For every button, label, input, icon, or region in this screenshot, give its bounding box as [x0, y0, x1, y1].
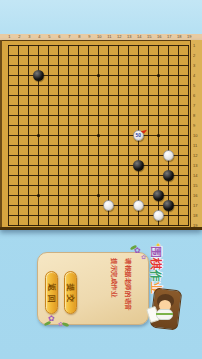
- grid-hline: [8, 165, 189, 166]
- message-line1: 请根据老师的语音: [125, 258, 132, 311]
- row-coordinate: 1: [193, 43, 202, 48]
- grid-vline: [168, 45, 169, 226]
- grid-vline: [148, 45, 149, 226]
- back-button-label: 返: [47, 283, 56, 292]
- message-char: 请: [125, 258, 132, 265]
- app-screen: 1122334455667788991010111112121313141415…: [0, 0, 202, 359]
- stone-black: [133, 160, 144, 171]
- row-coordinate: 6: [193, 93, 202, 98]
- column-coordinate: 11: [106, 34, 112, 39]
- row-coordinate: 3: [193, 63, 202, 68]
- grid-hline: [8, 185, 189, 186]
- column-coordinate: 4: [36, 34, 42, 39]
- row-coordinate: 14: [193, 173, 202, 178]
- column-coordinate: 19: [186, 34, 192, 39]
- column-coordinate: 7: [66, 34, 72, 39]
- row-coordinate: 12: [193, 153, 202, 158]
- column-coordinate: 17: [166, 34, 172, 39]
- grid-vline: [188, 45, 189, 226]
- column-coordinate: 15: [146, 34, 152, 39]
- stone-white: [163, 150, 174, 161]
- message-char: 提: [111, 258, 118, 265]
- mascot-shirt-stripe: [156, 313, 173, 315]
- board-frame-left: [0, 40, 2, 230]
- row-coordinate: 19: [193, 223, 202, 228]
- mascot-character: [148, 287, 188, 333]
- grid-vline: [108, 45, 109, 226]
- row-coordinate: 9: [193, 123, 202, 128]
- message-char: 的: [125, 291, 132, 298]
- row-coordinate: 18: [193, 213, 202, 218]
- row-coordinate: 17: [193, 203, 202, 208]
- board-frame-top: [0, 40, 202, 41]
- column-coordinate: 12: [116, 34, 122, 39]
- column-coordinate: 13: [126, 34, 132, 39]
- grid-vline: [178, 45, 179, 226]
- column-coordinate: 2: [16, 34, 22, 39]
- grid-vline: [118, 45, 119, 226]
- column-coordinate: 6: [56, 34, 62, 39]
- grid-vline: [128, 45, 129, 226]
- stone-black: [153, 190, 164, 201]
- back-button-label: 回: [47, 294, 56, 303]
- column-coordinate: 10: [96, 34, 102, 39]
- message-char: 业: [111, 291, 118, 298]
- column-coordinate: 8: [76, 34, 82, 39]
- column-coordinate: 1: [6, 34, 12, 39]
- submit-button[interactable]: 提交: [64, 271, 77, 314]
- stone-white: [153, 210, 164, 221]
- row-coordinate: 13: [193, 163, 202, 168]
- column-coordinate: 16: [156, 34, 162, 39]
- row-coordinate: 11: [193, 143, 202, 148]
- stone-white: [103, 200, 114, 211]
- column-coordinate: 18: [176, 34, 182, 39]
- row-coordinate: 16: [193, 193, 202, 198]
- column-coordinate: 14: [136, 34, 142, 39]
- grid-hline: [8, 225, 189, 226]
- flower-icon: ✿: [141, 253, 146, 261]
- row-coordinate: 8: [193, 113, 202, 118]
- grid-hline: [8, 145, 189, 146]
- row-coordinate: 5: [193, 83, 202, 88]
- column-coordinate: 5: [46, 34, 52, 39]
- message-line2: 提示完成作业: [111, 258, 118, 298]
- message-char: 音: [125, 304, 132, 311]
- row-coordinate: 2: [193, 53, 202, 58]
- submit-button-label: 提: [66, 283, 75, 292]
- row-coordinate: 4: [193, 73, 202, 78]
- column-coordinate: 9: [86, 34, 92, 39]
- row-coordinate: 15: [193, 183, 202, 188]
- column-coordinate: 3: [26, 34, 32, 39]
- board-frame-bottom: [0, 227, 202, 230]
- back-button[interactable]: 返回: [45, 271, 58, 314]
- submit-button-label: 交: [66, 294, 75, 303]
- stone-black: [163, 200, 174, 211]
- stone-white: 50: [133, 130, 144, 141]
- stone-white: [133, 200, 144, 211]
- row-coordinate: 10: [193, 133, 202, 138]
- go-board[interactable]: 1122334455667788991010111112121313141415…: [0, 34, 202, 230]
- row-coordinate: 7: [193, 103, 202, 108]
- stone-black: [33, 70, 44, 81]
- stone-black: [163, 170, 174, 181]
